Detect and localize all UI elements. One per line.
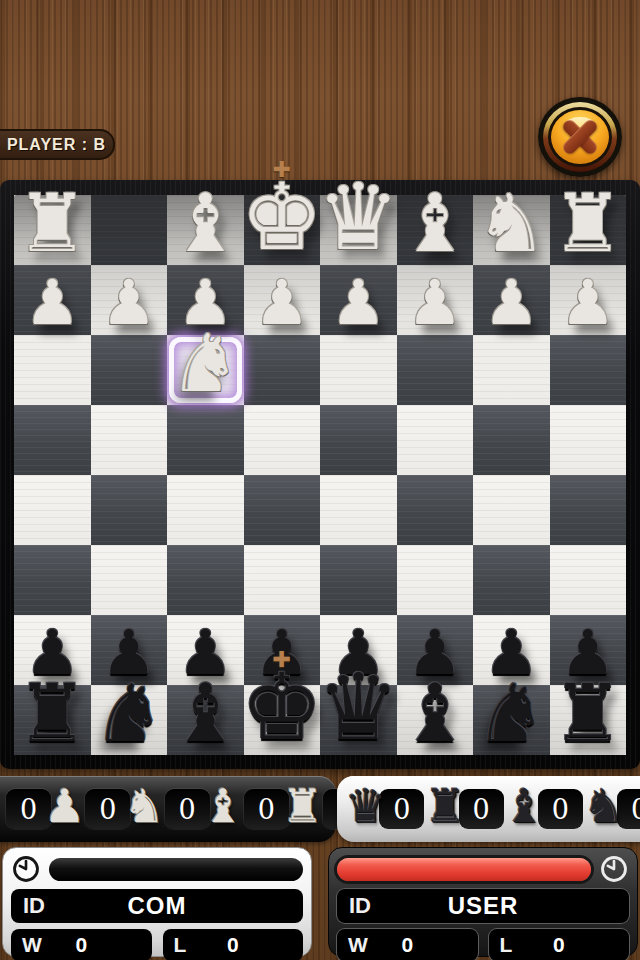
square-b2[interactable]: ♟ <box>473 265 550 335</box>
square-h6[interactable] <box>14 545 91 615</box>
black-bishop-piece[interactable]: ♝ <box>399 674 471 754</box>
id-label: ID <box>23 893 45 919</box>
square-g1[interactable] <box>91 195 168 265</box>
square-a6[interactable] <box>550 545 627 615</box>
king-cross-finial: ✚ <box>273 649 291 671</box>
square-d4[interactable] <box>320 405 397 475</box>
square-d1[interactable]: ♛ <box>320 195 397 265</box>
white-queen-piece[interactable]: ♛ <box>317 172 399 264</box>
white-pawn-piece[interactable]: ♟ <box>254 272 310 334</box>
captured-slot: 0♟ <box>6 789 85 829</box>
black-knight-piece[interactable]: ♞ <box>93 674 165 754</box>
white-pawn-piece[interactable]: ♟ <box>560 272 616 334</box>
wins-label: W <box>348 933 368 957</box>
black-queen-icon: ♛ <box>345 783 386 829</box>
square-b8[interactable]: ♞ <box>473 685 550 755</box>
square-d6[interactable] <box>320 545 397 615</box>
time-bar-user <box>337 858 591 881</box>
square-c2[interactable]: ♟ <box>397 265 474 335</box>
square-e5[interactable] <box>244 475 321 545</box>
square-b5[interactable] <box>473 475 550 545</box>
com-wins-bar: W 0 <box>11 929 152 960</box>
square-e4[interactable] <box>244 405 321 475</box>
losses-label: L <box>500 933 513 957</box>
chess-board: ♜♝♚✚♛♝♞♜♟♟♟♟♟♟♟♟♞♟♟♟♟♟♟♟♟♜♞♝♚✚♛♝♞♜ <box>0 180 640 769</box>
com-player-panel: ID COM W 0 L 0 <box>2 847 312 957</box>
black-knight-piece[interactable]: ♞ <box>475 674 547 754</box>
square-a1[interactable]: ♜ <box>550 195 627 265</box>
white-pawn-piece[interactable]: ♟ <box>483 272 539 334</box>
captured-slot: 0♞ <box>85 789 164 829</box>
white-pawn-icon: ♟ <box>44 783 85 829</box>
com-name: COM <box>11 892 303 920</box>
square-d3[interactable] <box>320 335 397 405</box>
white-bishop-piece[interactable]: ♝ <box>399 184 471 264</box>
black-bishop-icon: ♝ <box>504 783 545 829</box>
square-h3[interactable] <box>14 335 91 405</box>
square-g3[interactable] <box>91 335 168 405</box>
white-rook-piece[interactable]: ♜ <box>16 184 88 264</box>
square-h8[interactable]: ♜ <box>14 685 91 755</box>
white-pawn-piece[interactable]: ♟ <box>101 272 157 334</box>
captured-slot: 0♝ <box>165 789 244 829</box>
square-b3[interactable] <box>473 335 550 405</box>
square-b1[interactable]: ♞ <box>473 195 550 265</box>
white-rook-piece[interactable]: ♜ <box>552 184 624 264</box>
square-c8[interactable]: ♝ <box>397 685 474 755</box>
square-h2[interactable]: ♟ <box>14 265 91 335</box>
user-id-bar: ID USER <box>337 889 629 923</box>
white-king-piece[interactable]: ♚ <box>241 172 323 264</box>
black-knight-icon: ♞ <box>583 783 624 829</box>
white-knight-piece[interactable]: ♞ <box>169 324 241 404</box>
square-d2[interactable]: ♟ <box>320 265 397 335</box>
wins-label: W <box>22 933 42 957</box>
square-c3[interactable] <box>397 335 474 405</box>
white-knight-piece[interactable]: ♞ <box>475 184 547 264</box>
square-b4[interactable] <box>473 405 550 475</box>
black-rook-icon: ♜ <box>424 783 465 829</box>
square-d8[interactable]: ♛ <box>320 685 397 755</box>
com-id-bar: ID COM <box>11 889 303 923</box>
square-g4[interactable] <box>91 405 168 475</box>
clock-icon <box>599 854 629 884</box>
white-pawn-piece[interactable]: ♟ <box>407 272 463 334</box>
black-rook-piece[interactable]: ♜ <box>552 674 624 754</box>
square-h4[interactable] <box>14 405 91 475</box>
white-pawn-piece[interactable]: ♟ <box>330 272 386 334</box>
square-c6[interactable] <box>397 545 474 615</box>
square-h1[interactable]: ♜ <box>14 195 91 265</box>
close-button[interactable] <box>538 97 622 177</box>
black-king-piece[interactable]: ♚ <box>241 662 323 754</box>
white-bishop-icon: ♝ <box>203 783 244 829</box>
com-losses-bar: L 0 <box>163 929 304 960</box>
captured-slot: ♝0 <box>504 789 583 829</box>
square-g6[interactable] <box>91 545 168 615</box>
id-label: ID <box>349 893 371 919</box>
square-g8[interactable]: ♞ <box>91 685 168 755</box>
captured-slot: 0♜ <box>244 789 323 829</box>
game-screen: PLAYER : B ♜♝♚✚♛♝♞♜♟♟♟♟♟♟♟♟♞♟♟♟♟♟♟♟♟♜♞♝♚… <box>0 0 640 960</box>
square-f3[interactable]: ♞ <box>167 335 244 405</box>
square-c4[interactable] <box>397 405 474 475</box>
square-e3[interactable] <box>244 335 321 405</box>
square-a8[interactable]: ♜ <box>550 685 627 755</box>
player-turn-label: PLAYER : B <box>7 136 106 154</box>
square-e8[interactable]: ♚✚ <box>244 685 321 755</box>
square-e2[interactable]: ♟ <box>244 265 321 335</box>
losses-label: L <box>174 933 187 957</box>
square-g5[interactable] <box>91 475 168 545</box>
square-f5[interactable] <box>167 475 244 545</box>
square-f1[interactable]: ♝ <box>167 195 244 265</box>
square-f6[interactable] <box>167 545 244 615</box>
square-f4[interactable] <box>167 405 244 475</box>
captured-tray-black-pieces: ♛0♜0♝0♞0♟0 <box>337 776 640 842</box>
square-c5[interactable] <box>397 475 474 545</box>
square-b6[interactable] <box>473 545 550 615</box>
black-bishop-piece[interactable]: ♝ <box>169 674 241 754</box>
black-rook-piece[interactable]: ♜ <box>16 674 88 754</box>
square-a2[interactable]: ♟ <box>550 265 627 335</box>
user-player-panel: ID USER W 0 L 0 <box>328 847 638 957</box>
chess-board-squares: ♜♝♚✚♛♝♞♜♟♟♟♟♟♟♟♟♞♟♟♟♟♟♟♟♟♜♞♝♚✚♛♝♞♜ <box>14 195 626 755</box>
black-queen-piece[interactable]: ♛ <box>317 662 399 754</box>
white-rook-icon: ♜ <box>282 783 323 829</box>
king-cross-finial: ✚ <box>273 159 291 181</box>
player-turn-badge: PLAYER : B <box>0 129 115 160</box>
square-a5[interactable] <box>550 475 627 545</box>
captured-slot: ♛0 <box>345 789 424 829</box>
square-a3[interactable] <box>550 335 627 405</box>
captured-slot: ♞0 <box>583 789 640 829</box>
square-d5[interactable] <box>320 475 397 545</box>
time-bar-com <box>49 858 303 881</box>
white-knight-icon: ♞ <box>123 783 164 829</box>
square-f8[interactable]: ♝ <box>167 685 244 755</box>
user-name: USER <box>337 892 629 920</box>
user-losses-bar: L 0 <box>489 929 630 960</box>
square-h5[interactable] <box>14 475 91 545</box>
square-e6[interactable] <box>244 545 321 615</box>
square-e1[interactable]: ♚✚ <box>244 195 321 265</box>
square-a4[interactable] <box>550 405 627 475</box>
white-pawn-piece[interactable]: ♟ <box>24 272 80 334</box>
square-c1[interactable]: ♝ <box>397 195 474 265</box>
white-bishop-piece[interactable]: ♝ <box>169 184 241 264</box>
captured-tray-white-pieces: 0♟0♞0♝0♜0♛ <box>0 776 336 842</box>
captured-slot: ♜0 <box>424 789 503 829</box>
user-wins-bar: W 0 <box>337 929 478 960</box>
clock-icon <box>11 854 41 884</box>
square-g2[interactable]: ♟ <box>91 265 168 335</box>
